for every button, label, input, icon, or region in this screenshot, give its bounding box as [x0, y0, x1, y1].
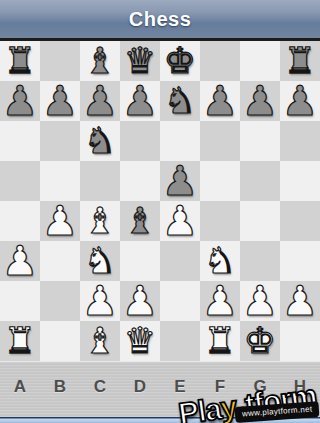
square-d2[interactable]: ♟: [120, 281, 160, 321]
piece-black-pawn-a7[interactable]: ♟: [0, 81, 40, 121]
square-g1[interactable]: ♚: [240, 321, 280, 361]
square-g7[interactable]: ♟: [240, 81, 280, 121]
piece-white-bishop-c4[interactable]: ♝: [80, 201, 120, 241]
file-label-a: A: [0, 362, 40, 417]
square-e2[interactable]: [160, 281, 200, 321]
square-c5[interactable]: [80, 161, 120, 201]
square-d3[interactable]: [120, 241, 160, 281]
app-window: Chess ♜♝♛♚♜♟♟♟♟♞♟♟♟♞♟♟♝♝♟♟♞♞♟♟♟♟♟♜♝♛♜♚ A…: [0, 0, 320, 423]
square-b2[interactable]: [40, 281, 80, 321]
square-c6[interactable]: ♞: [80, 121, 120, 161]
square-a7[interactable]: ♟: [0, 81, 40, 121]
piece-black-rook-a8[interactable]: ♜: [0, 41, 40, 81]
piece-white-pawn-h2[interactable]: ♟: [280, 281, 320, 321]
playtform-watermark: Playtform www.playtform.net: [142, 369, 320, 423]
piece-black-pawn-f7[interactable]: ♟: [200, 81, 240, 121]
square-e4[interactable]: ♟: [160, 201, 200, 241]
square-f3[interactable]: ♞: [200, 241, 240, 281]
piece-white-knight-c3[interactable]: ♞: [80, 241, 120, 281]
square-h2[interactable]: ♟: [280, 281, 320, 321]
piece-black-bishop-d4[interactable]: ♝: [120, 201, 160, 241]
square-b6[interactable]: [40, 121, 80, 161]
square-d7[interactable]: ♟: [120, 81, 160, 121]
square-b5[interactable]: [40, 161, 80, 201]
piece-white-rook-f1[interactable]: ♜: [200, 321, 240, 361]
square-c3[interactable]: ♞: [80, 241, 120, 281]
piece-white-pawn-a3[interactable]: ♟: [0, 241, 40, 281]
square-f7[interactable]: ♟: [200, 81, 240, 121]
piece-white-pawn-f2[interactable]: ♟: [200, 281, 240, 321]
square-h1[interactable]: [280, 321, 320, 361]
piece-black-pawn-h7[interactable]: ♟: [280, 81, 320, 121]
square-f8[interactable]: [200, 41, 240, 81]
square-d5[interactable]: [120, 161, 160, 201]
piece-white-king-g1[interactable]: ♚: [240, 321, 280, 361]
file-label-b: B: [40, 362, 80, 417]
square-e6[interactable]: [160, 121, 200, 161]
square-e1[interactable]: [160, 321, 200, 361]
square-a3[interactable]: ♟: [0, 241, 40, 281]
square-h7[interactable]: ♟: [280, 81, 320, 121]
file-label-c: C: [80, 362, 120, 417]
square-b7[interactable]: ♟: [40, 81, 80, 121]
piece-black-pawn-d7[interactable]: ♟: [120, 81, 160, 121]
square-g3[interactable]: [240, 241, 280, 281]
square-f2[interactable]: ♟: [200, 281, 240, 321]
square-d8[interactable]: ♛: [120, 41, 160, 81]
piece-black-pawn-c7[interactable]: ♟: [80, 81, 120, 121]
logo-text-pre: Pla: [176, 392, 222, 423]
piece-white-pawn-c2[interactable]: ♟: [80, 281, 120, 321]
piece-black-pawn-b7[interactable]: ♟: [40, 81, 80, 121]
square-c7[interactable]: ♟: [80, 81, 120, 121]
square-e8[interactable]: ♚: [160, 41, 200, 81]
square-b1[interactable]: [40, 321, 80, 361]
square-e5[interactable]: ♟: [160, 161, 200, 201]
square-a5[interactable]: [0, 161, 40, 201]
square-c2[interactable]: ♟: [80, 281, 120, 321]
piece-white-bishop-c1[interactable]: ♝: [80, 321, 120, 361]
square-b8[interactable]: [40, 41, 80, 81]
piece-white-knight-f3[interactable]: ♞: [200, 241, 240, 281]
square-g4[interactable]: [240, 201, 280, 241]
square-d1[interactable]: ♛: [120, 321, 160, 361]
piece-black-pawn-e5[interactable]: ♟: [160, 161, 200, 201]
app-title: Chess: [129, 8, 192, 31]
square-f4[interactable]: [200, 201, 240, 241]
square-g2[interactable]: ♟: [240, 281, 280, 321]
piece-black-knight-c6[interactable]: ♞: [80, 121, 120, 161]
square-d6[interactable]: [120, 121, 160, 161]
piece-white-rook-a1[interactable]: ♜: [0, 321, 40, 361]
piece-white-pawn-e4[interactable]: ♟: [160, 201, 200, 241]
square-b4[interactable]: ♟: [40, 201, 80, 241]
piece-black-king-e8[interactable]: ♚: [160, 41, 200, 81]
title-bar: Chess: [0, 0, 320, 41]
square-h3[interactable]: [280, 241, 320, 281]
square-g6[interactable]: [240, 121, 280, 161]
square-h6[interactable]: [280, 121, 320, 161]
square-f5[interactable]: [200, 161, 240, 201]
square-f1[interactable]: ♜: [200, 321, 240, 361]
piece-white-pawn-g2[interactable]: ♟: [240, 281, 280, 321]
piece-black-bishop-c8[interactable]: ♝: [80, 41, 120, 81]
piece-black-rook-h8[interactable]: ♜: [280, 41, 320, 81]
square-g5[interactable]: [240, 161, 280, 201]
piece-black-queen-d8[interactable]: ♛: [120, 41, 160, 81]
square-b3[interactable]: [40, 241, 80, 281]
square-a4[interactable]: [0, 201, 40, 241]
piece-white-pawn-d2[interactable]: ♟: [120, 281, 160, 321]
square-g8[interactable]: [240, 41, 280, 81]
piece-white-pawn-b4[interactable]: ♟: [40, 201, 80, 241]
square-a8[interactable]: ♜: [0, 41, 40, 81]
square-a1[interactable]: ♜: [0, 321, 40, 361]
square-a2[interactable]: [0, 281, 40, 321]
square-e3[interactable]: [160, 241, 200, 281]
square-d4[interactable]: ♝: [120, 201, 160, 241]
square-f6[interactable]: [200, 121, 240, 161]
piece-white-queen-d1[interactable]: ♛: [120, 321, 160, 361]
square-c8[interactable]: ♝: [80, 41, 120, 81]
square-h4[interactable]: [280, 201, 320, 241]
chess-board[interactable]: ♜♝♛♚♜♟♟♟♟♞♟♟♟♞♟♟♝♝♟♟♞♞♟♟♟♟♟♜♝♛♜♚: [0, 41, 320, 361]
square-h5[interactable]: [280, 161, 320, 201]
square-e7[interactable]: ♞: [160, 81, 200, 121]
piece-black-pawn-g7[interactable]: ♟: [240, 81, 280, 121]
piece-black-knight-e7[interactable]: ♞: [160, 81, 200, 121]
square-c1[interactable]: ♝: [80, 321, 120, 361]
square-h8[interactable]: ♜: [280, 41, 320, 81]
square-c4[interactable]: ♝: [80, 201, 120, 241]
square-a6[interactable]: [0, 121, 40, 161]
